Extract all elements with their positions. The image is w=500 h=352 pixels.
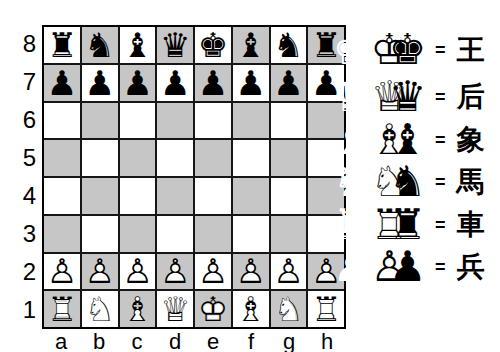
rank-label-6: 6: [10, 101, 38, 139]
square-g2[interactable]: ♟♙: [271, 254, 307, 290]
chinese-label-knight: 馬: [457, 163, 485, 201]
white-bishop-piece[interactable]: ♝♗: [235, 292, 265, 326]
file-label-h: h: [308, 329, 346, 352]
square-e1[interactable]: ♚♔: [195, 291, 231, 327]
legend-row-knight: ♞♘ ♞ = 馬: [352, 160, 500, 204]
black-knight-piece[interactable]: ♞: [273, 28, 303, 62]
rank-labels: 8 7 6 5 4 3 2 1: [10, 25, 38, 329]
file-label-a: a: [42, 329, 80, 352]
black-pawn-piece[interactable]: ♟: [47, 66, 77, 100]
square-d2[interactable]: ♟♙: [157, 254, 193, 290]
square-d4[interactable]: [157, 178, 193, 214]
square-f3[interactable]: [233, 216, 269, 252]
black-bishop-icon: ♝: [389, 119, 426, 161]
file-label-e: e: [194, 329, 232, 352]
square-d6[interactable]: [157, 103, 193, 139]
white-pawn-piece[interactable]: ♟♙: [84, 254, 114, 288]
black-pawn-piece[interactable]: ♟: [273, 66, 303, 100]
white-pawn-piece[interactable]: ♟♙: [160, 254, 190, 288]
file-labels: a b c d e f g h: [42, 329, 346, 352]
square-b3[interactable]: [82, 216, 118, 252]
black-knight-piece[interactable]: ♞: [84, 28, 114, 62]
square-d3[interactable]: [157, 216, 193, 252]
white-rook-icon: ♜♖: [352, 204, 389, 246]
black-king-piece[interactable]: ♚: [198, 28, 228, 62]
square-b2[interactable]: ♟♙: [82, 254, 118, 290]
chinese-label-queen: 后: [457, 78, 485, 116]
square-f2[interactable]: ♟♙: [233, 254, 269, 290]
square-f1[interactable]: ♝♗: [233, 291, 269, 327]
square-f5[interactable]: [233, 140, 269, 176]
chess-diagram: 8 7 6 5 4 3 2 1 ♜♞♝♛♚♝♞♜♟♟♟♟♟♟♟♟♟♙♟♙♟♙♟♙…: [0, 0, 500, 352]
rank-label-8: 8: [10, 25, 38, 63]
square-b6[interactable]: [82, 103, 118, 139]
square-c6[interactable]: [120, 103, 156, 139]
equals-sign: =: [435, 257, 446, 278]
black-pawn-icon: ♟: [389, 246, 426, 288]
legend-row-queen: ♛♕ ♛ = 后: [352, 75, 500, 119]
square-b8[interactable]: ♞: [82, 27, 118, 63]
white-piece-fill: ♝: [333, 119, 371, 161]
white-piece-outline: ♖: [47, 292, 77, 326]
file-label-g: g: [270, 329, 308, 352]
white-piece-outline: ♙: [235, 254, 265, 288]
black-pawn-piece[interactable]: ♟: [235, 66, 265, 100]
black-king-icon: ♚: [389, 29, 426, 71]
black-bishop-piece[interactable]: ♝: [122, 28, 152, 62]
white-bishop-piece[interactable]: ♝♗: [122, 292, 152, 326]
white-piece-outline: ♘: [84, 292, 114, 326]
square-c4[interactable]: [120, 178, 156, 214]
legend-row-bishop: ♝♗ ♝ = 象: [352, 118, 500, 162]
square-c3[interactable]: [120, 216, 156, 252]
square-g1[interactable]: ♞♘: [271, 291, 307, 327]
white-piece-fill: ♟: [333, 246, 371, 288]
white-piece-outline: ♙: [84, 254, 114, 288]
white-piece-fill: ♚: [333, 29, 371, 71]
square-a5[interactable]: [44, 140, 80, 176]
white-piece-outline: ♔: [198, 292, 228, 326]
square-f8[interactable]: ♝: [233, 27, 269, 63]
equals-sign: =: [435, 172, 446, 193]
white-knight-piece[interactable]: ♞♘: [84, 292, 114, 326]
square-g8[interactable]: ♞: [271, 27, 307, 63]
file-label-f: f: [232, 329, 270, 352]
square-a6[interactable]: [44, 103, 80, 139]
square-e2[interactable]: ♟♙: [195, 254, 231, 290]
square-e5[interactable]: [195, 140, 231, 176]
white-piece-outline: ♗: [122, 292, 152, 326]
rank-label-5: 5: [10, 139, 38, 177]
file-label-b: b: [80, 329, 118, 352]
chess-board: ♜♞♝♛♚♝♞♜♟♟♟♟♟♟♟♟♟♙♟♙♟♙♟♙♟♙♟♙♟♙♟♙♜♖♞♘♝♗♛♕…: [42, 25, 346, 329]
legend-row-king: ♚♔ ♚ = 王: [352, 28, 500, 72]
white-pawn-piece[interactable]: ♟♙: [235, 254, 265, 288]
black-pawn-piece[interactable]: ♟: [122, 66, 152, 100]
white-piece-outline: ♙: [47, 254, 77, 288]
rank-label-7: 7: [10, 63, 38, 101]
white-king-piece[interactable]: ♚♔: [198, 292, 228, 326]
square-c2[interactable]: ♟♙: [120, 254, 156, 290]
chinese-label-rook: 車: [457, 206, 485, 244]
square-e4[interactable]: [195, 178, 231, 214]
black-rook-piece[interactable]: ♜: [47, 28, 77, 62]
white-piece-fill: ♛: [333, 76, 371, 118]
square-f6[interactable]: [233, 103, 269, 139]
square-g6[interactable]: [271, 103, 307, 139]
square-a8[interactable]: ♜: [44, 27, 80, 63]
square-e3[interactable]: [195, 216, 231, 252]
black-queen-icon: ♛: [389, 76, 426, 118]
equals-sign: =: [435, 87, 446, 108]
square-g3[interactable]: [271, 216, 307, 252]
square-e7[interactable]: ♟: [195, 65, 231, 101]
square-c1[interactable]: ♝♗: [120, 291, 156, 327]
equals-sign: =: [435, 130, 446, 151]
black-bishop-piece[interactable]: ♝: [235, 28, 265, 62]
square-a3[interactable]: [44, 216, 80, 252]
chinese-label-pawn: 兵: [457, 248, 485, 286]
black-pawn-piece[interactable]: ♟: [160, 66, 190, 100]
square-c5[interactable]: [120, 140, 156, 176]
legend-row-pawn: ♟♙ ♟ = 兵: [352, 245, 500, 289]
white-pawn-piece[interactable]: ♟♙: [122, 254, 152, 288]
white-queen-icon: ♛♕: [352, 76, 389, 118]
black-pawn-piece[interactable]: ♟: [198, 66, 228, 100]
file-label-d: d: [156, 329, 194, 352]
square-a1[interactable]: ♜♖: [44, 291, 80, 327]
white-pawn-piece[interactable]: ♟♙: [273, 254, 303, 288]
white-piece-outline: ♙: [160, 254, 190, 288]
legend-row-rook: ♜♖ ♜ = 車: [352, 203, 500, 247]
square-a7[interactable]: ♟: [44, 65, 80, 101]
piece-name-legend: ♚♔ ♚ = 王 ♛♕ ♛ = 后 ♝♗ ♝ = 象 ♞♘ ♞ = 馬 ♜♖ ♜…: [352, 0, 500, 352]
square-e8[interactable]: ♚: [195, 27, 231, 63]
black-pawn-piece[interactable]: ♟: [84, 66, 114, 100]
square-g7[interactable]: ♟: [271, 65, 307, 101]
black-rook-icon: ♜: [389, 204, 426, 246]
rank-label-2: 2: [10, 253, 38, 291]
black-queen-piece[interactable]: ♛: [160, 28, 190, 62]
chinese-label-bishop: 象: [457, 121, 485, 159]
white-pawn-piece[interactable]: ♟♙: [47, 254, 77, 288]
square-d1[interactable]: ♛♕: [157, 291, 193, 327]
square-b5[interactable]: [82, 140, 118, 176]
rank-label-4: 4: [10, 177, 38, 215]
white-piece-outline: ♗: [235, 292, 265, 326]
square-d5[interactable]: [157, 140, 193, 176]
white-piece-outline: ♙: [273, 254, 303, 288]
square-b1[interactable]: ♞♘: [82, 291, 118, 327]
chinese-label-king: 王: [457, 31, 485, 69]
square-a2[interactable]: ♟♙: [44, 254, 80, 290]
rank-label-3: 3: [10, 215, 38, 253]
white-rook-piece[interactable]: ♜♖: [311, 292, 341, 326]
white-pawn-icon: ♟♙: [352, 246, 389, 288]
white-piece-outline: ♖: [311, 292, 341, 326]
square-e6[interactable]: [195, 103, 231, 139]
square-b7[interactable]: ♟: [82, 65, 118, 101]
square-g5[interactable]: [271, 140, 307, 176]
white-king-icon: ♚♔: [352, 29, 389, 71]
equals-sign: =: [435, 40, 446, 61]
white-pawn-piece[interactable]: ♟♙: [198, 254, 228, 288]
white-queen-piece[interactable]: ♛♕: [160, 292, 190, 326]
square-f4[interactable]: [233, 178, 269, 214]
square-a4[interactable]: [44, 178, 80, 214]
white-bishop-icon: ♝♗: [352, 119, 389, 161]
white-rook-piece[interactable]: ♜♖: [47, 292, 77, 326]
black-knight-icon: ♞: [389, 161, 426, 203]
square-c7[interactable]: ♟: [120, 65, 156, 101]
square-b4[interactable]: [82, 178, 118, 214]
square-d8[interactable]: ♛: [157, 27, 193, 63]
white-piece-outline: ♙: [198, 254, 228, 288]
square-f7[interactable]: ♟: [233, 65, 269, 101]
white-piece-outline: ♙: [122, 254, 152, 288]
equals-sign: =: [435, 215, 446, 236]
square-c8[interactable]: ♝: [120, 27, 156, 63]
file-label-c: c: [118, 329, 156, 352]
white-piece-fill: ♞: [333, 161, 371, 203]
white-piece-outline: ♘: [273, 292, 303, 326]
white-knight-piece[interactable]: ♞♘: [273, 292, 303, 326]
square-h1[interactable]: ♜♖: [308, 291, 344, 327]
square-d7[interactable]: ♟: [157, 65, 193, 101]
white-piece-outline: ♕: [160, 292, 190, 326]
white-knight-icon: ♞♘: [352, 161, 389, 203]
white-piece-fill: ♜: [333, 204, 371, 246]
square-g4[interactable]: [271, 178, 307, 214]
rank-label-1: 1: [10, 291, 38, 329]
